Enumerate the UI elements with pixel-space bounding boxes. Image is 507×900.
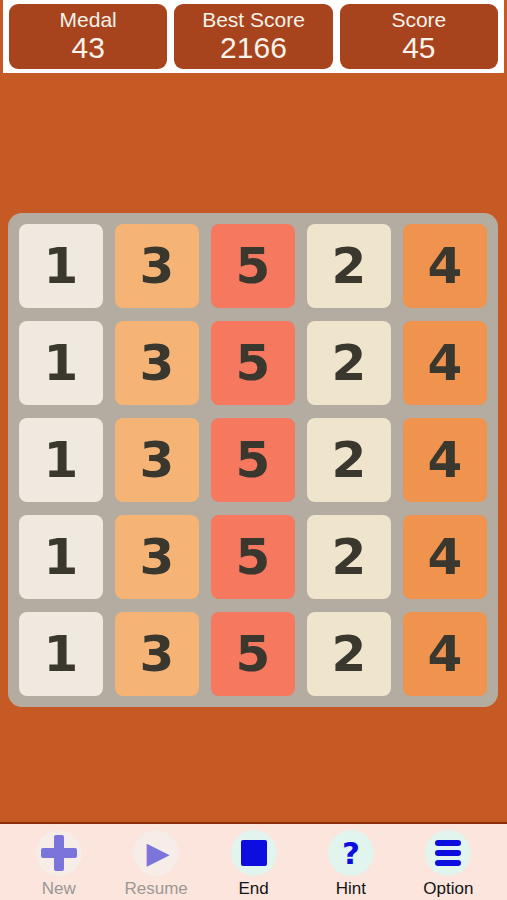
tile-5[interactable]: 5 — [211, 418, 295, 502]
hint-button-label: Hint — [336, 879, 366, 899]
medal-stat: Medal 43 — [9, 4, 167, 69]
tile-5[interactable]: 5 — [211, 224, 295, 308]
bottom-toolbar: New ▶ Resume End ? Hint Option — [0, 822, 507, 900]
tile-2[interactable]: 2 — [307, 418, 391, 502]
option-button-label: Option — [423, 879, 473, 899]
tile-5[interactable]: 5 — [211, 515, 295, 599]
best-score-stat: Best Score 2166 — [174, 4, 332, 69]
tile-2[interactable]: 2 — [307, 321, 391, 405]
medal-label: Medal — [60, 9, 117, 32]
stop-icon — [231, 830, 277, 876]
tile-1[interactable]: 1 — [19, 418, 103, 502]
best-score-label: Best Score — [202, 9, 305, 32]
tile-2[interactable]: 2 — [307, 515, 391, 599]
tile-3[interactable]: 3 — [115, 515, 199, 599]
play-icon: ▶ — [133, 830, 179, 876]
top-stats-bar: Medal 43 Best Score 2166 Score 45 — [3, 0, 504, 73]
new-button-label: New — [42, 879, 76, 899]
tile-4[interactable]: 4 — [403, 515, 487, 599]
tile-1[interactable]: 1 — [19, 321, 103, 405]
end-button[interactable]: End — [205, 830, 302, 900]
question-icon: ? — [328, 830, 374, 876]
plus-icon — [36, 830, 82, 876]
menu-icon — [425, 830, 471, 876]
tile-4[interactable]: 4 — [403, 224, 487, 308]
end-button-label: End — [238, 879, 268, 899]
resume-button-label: Resume — [124, 879, 187, 899]
resume-button[interactable]: ▶ Resume — [107, 830, 204, 900]
tile-4[interactable]: 4 — [403, 612, 487, 696]
tile-2[interactable]: 2 — [307, 224, 391, 308]
tile-5[interactable]: 5 — [211, 612, 295, 696]
best-score-value: 2166 — [220, 32, 287, 64]
tile-4[interactable]: 4 — [403, 418, 487, 502]
hint-button[interactable]: ? Hint — [302, 830, 399, 900]
score-label: Score — [391, 9, 446, 32]
score-stat: Score 45 — [340, 4, 498, 69]
tile-4[interactable]: 4 — [403, 321, 487, 405]
tile-2[interactable]: 2 — [307, 612, 391, 696]
tile-1[interactable]: 1 — [19, 224, 103, 308]
score-value: 45 — [402, 32, 435, 64]
tile-5[interactable]: 5 — [211, 321, 295, 405]
tile-3[interactable]: 3 — [115, 612, 199, 696]
new-button[interactable]: New — [10, 830, 107, 900]
tile-3[interactable]: 3 — [115, 224, 199, 308]
medal-value: 43 — [71, 32, 104, 64]
option-button[interactable]: Option — [400, 830, 497, 900]
tile-3[interactable]: 3 — [115, 321, 199, 405]
tile-1[interactable]: 1 — [19, 515, 103, 599]
tile-3[interactable]: 3 — [115, 418, 199, 502]
game-screen: Medal 43 Best Score 2166 Score 45 135241… — [0, 0, 507, 900]
board[interactable]: 1352413524135241352413524 — [8, 213, 498, 707]
tile-1[interactable]: 1 — [19, 612, 103, 696]
